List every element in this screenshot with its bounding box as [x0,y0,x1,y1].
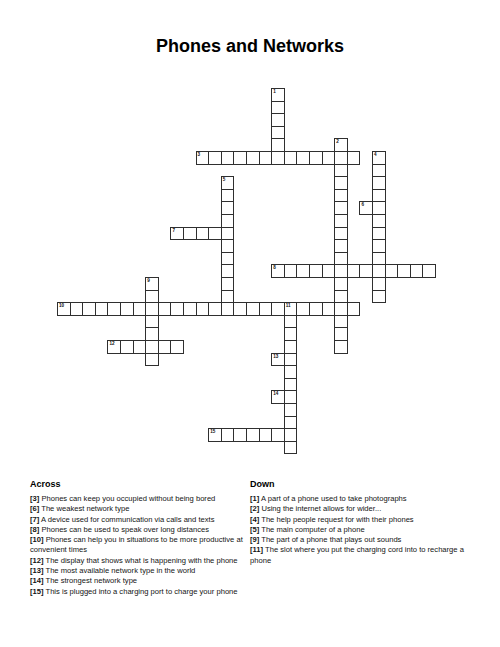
grid-cell[interactable]: 3 [196,151,210,165]
clue-number: 15 [210,429,215,434]
grid-cell[interactable]: 2 [334,138,348,152]
grid-cell[interactable] [372,214,386,228]
grid-cell[interactable]: 7 [170,227,184,241]
grid-cell[interactable]: 15 [208,428,222,442]
clue-item: [12] The display that shows what is happ… [30,556,248,566]
grid-cell[interactable] [385,264,399,278]
grid-cell[interactable] [372,227,386,241]
grid-cell[interactable] [309,264,323,278]
grid-cell[interactable] [133,302,147,316]
grid-cell[interactable] [233,151,247,165]
grid-cell[interactable] [372,201,386,215]
grid-cell[interactable] [284,353,298,367]
grid-cell[interactable] [120,340,134,354]
grid-cell[interactable] [246,428,260,442]
grid-cell[interactable] [334,227,348,241]
grid-cell[interactable] [221,239,235,253]
crossword-page: Phones and Networks 36781011121314151245… [0,0,500,647]
grid-cell[interactable] [334,327,348,341]
grid-cell[interactable] [145,315,159,329]
grid-cell[interactable]: 11 [284,302,298,316]
grid-cell[interactable]: 13 [271,353,285,367]
grid-cell[interactable] [410,264,424,278]
grid-cell[interactable] [145,302,159,316]
grid-cell[interactable] [334,214,348,228]
grid-cell[interactable] [397,264,411,278]
grid-cell[interactable] [82,302,96,316]
grid-cell[interactable] [334,176,348,190]
grid-cell[interactable] [233,302,247,316]
grid-cell[interactable] [284,365,298,379]
grid-cell[interactable] [347,151,361,165]
grid-cell[interactable] [334,277,348,291]
grid-cell[interactable] [271,151,285,165]
grid-cell[interactable]: 8 [271,264,285,278]
grid-cell[interactable] [284,416,298,430]
grid-cell[interactable] [221,277,235,291]
grid-cell[interactable] [334,302,348,316]
grid-cell[interactable] [309,151,323,165]
grid-cell[interactable] [259,302,273,316]
grid-cell[interactable] [322,264,336,278]
grid-cell[interactable]: 6 [359,201,373,215]
clue-number: 5 [223,177,226,182]
grid-cell[interactable] [271,101,285,115]
grid-cell[interactable] [208,151,222,165]
grid-cell[interactable]: 9 [145,277,159,291]
grid-cell[interactable] [372,189,386,203]
grid-cell[interactable] [170,340,184,354]
grid-cell[interactable] [334,151,348,165]
clue-number: 9 [147,278,150,283]
grid-cell[interactable] [334,290,348,304]
grid-cell[interactable] [221,214,235,228]
grid-cell[interactable] [246,302,260,316]
clue-item: [4] The help people request for with the… [250,515,468,525]
grid-cell[interactable] [70,302,84,316]
grid-cell[interactable] [347,302,361,316]
grid-cell[interactable] [284,315,298,329]
grid-cell[interactable] [284,378,298,392]
grid-cell[interactable] [145,327,159,341]
grid-cell[interactable] [372,252,386,266]
clue-number: 6 [361,202,364,207]
grid-cell[interactable]: 4 [372,151,386,165]
grid-cell[interactable] [334,201,348,215]
grid-cell[interactable] [334,164,348,178]
across-clues-section: Across [3] Phones can keep you occupied … [30,479,248,597]
clue-number: 7 [172,228,175,233]
clue-number: 3 [198,152,201,157]
grid-cell[interactable] [334,189,348,203]
grid-cell[interactable] [334,264,348,278]
grid-cell[interactable] [372,239,386,253]
grid-cell[interactable] [322,151,336,165]
down-header: Down [250,479,468,489]
puzzle-title: Phones and Networks [0,36,500,57]
grid-cell[interactable] [196,227,210,241]
grid-cell[interactable] [334,340,348,354]
grid-cell[interactable] [259,151,273,165]
grid-cell[interactable] [284,403,298,417]
across-clue-list: [3] Phones can keep you occupied without… [30,494,248,597]
clue-number: 14 [273,391,278,396]
grid-cell[interactable] [271,126,285,140]
grid-cell[interactable]: 5 [221,176,235,190]
grid-cell[interactable] [133,340,147,354]
grid-cell[interactable] [284,264,298,278]
grid-cell[interactable] [372,290,386,304]
grid-cell[interactable] [334,252,348,266]
grid-cell[interactable] [208,227,222,241]
grid-cell[interactable] [120,302,134,316]
grid-cell[interactable] [322,302,336,316]
clue-item: [14] The strongest network type [30,576,248,586]
grid-cell[interactable] [284,151,298,165]
clue-number: 12 [109,341,114,346]
clue-item: [8] Phones can be used to speak over lon… [30,525,248,535]
clue-item: [6] The weakest network type [30,504,248,514]
clue-item: [15] This is plugged into a charging por… [30,587,248,597]
grid-cell[interactable] [271,113,285,127]
clue-item: [9] The part of a phone that plays out s… [250,535,468,545]
grid-cell[interactable] [422,264,436,278]
clue-item: [2] Using the internet allows for wider.… [250,504,468,514]
grid-cell[interactable] [284,327,298,341]
grid-cell[interactable] [221,252,235,266]
clue-number: 2 [336,139,339,144]
grid-cell[interactable] [271,428,285,442]
grid-cell[interactable] [233,428,247,442]
grid-cell[interactable] [284,428,298,442]
grid-cell[interactable] [296,151,310,165]
grid-cell[interactable] [158,340,172,354]
clue-item: [3] Phones can keep you occupied without… [30,494,248,504]
grid-cell[interactable] [183,302,197,316]
grid-cell[interactable] [221,189,235,203]
clue-item: [11] The slot where you put the charging… [250,545,468,566]
grid-cell[interactable] [145,353,159,367]
grid-cell[interactable] [221,302,235,316]
grid-cell[interactable] [271,302,285,316]
down-clues-section: Down [1] A part of a phone used to take … [250,479,468,566]
clue-item: [5] The main computer of a phone [250,525,468,535]
grid-cell[interactable] [334,239,348,253]
down-clue-list: [1] A part of a phone used to take photo… [250,494,468,566]
grid-cell[interactable] [221,264,235,278]
grid-cell[interactable] [284,390,298,404]
grid-cell[interactable] [107,302,121,316]
clue-number: 13 [273,354,278,359]
grid-cell[interactable] [170,302,184,316]
clue-item: [7] A device used for communication via … [30,515,248,525]
grid-cell[interactable] [196,302,210,316]
grid-cell[interactable]: 1 [271,88,285,102]
grid-cell[interactable] [221,290,235,304]
grid-cell[interactable] [372,176,386,190]
grid-cell[interactable] [284,441,298,455]
across-header: Across [30,479,248,489]
grid-cell[interactable] [95,302,109,316]
grid-cell[interactable] [296,264,310,278]
clue-item: [1] A part of a phone used to take photo… [250,494,468,504]
clue-item: [13] The most available network type in … [30,566,248,576]
grid-cell[interactable]: 10 [57,302,71,316]
grid-cell[interactable] [284,340,298,354]
grid-cell[interactable] [221,201,235,215]
grid-cell[interactable] [347,264,361,278]
grid-cell[interactable] [246,151,260,165]
grid-cell[interactable] [145,340,159,354]
grid-cell[interactable] [145,290,159,304]
grid-cell[interactable] [372,277,386,291]
grid-cell[interactable] [334,315,348,329]
clue-number: 4 [374,152,377,157]
grid-cell[interactable]: 14 [271,390,285,404]
clue-number: 1 [273,89,276,94]
grid-cell[interactable] [221,428,235,442]
crossword-grid: 367810111213141512459 [57,88,436,455]
grid-cell[interactable] [271,138,285,152]
grid-cell[interactable] [259,428,273,442]
grid-cell[interactable] [372,264,386,278]
grid-cell[interactable] [359,264,373,278]
grid-cell[interactable] [208,302,222,316]
clue-item: [10] Phones can help you in situations t… [30,535,248,556]
clue-number: 8 [273,265,276,270]
grid-cell[interactable] [158,302,172,316]
grid-cell[interactable] [183,227,197,241]
grid-cell[interactable]: 12 [107,340,121,354]
grid-cell[interactable] [221,227,235,241]
grid-cell[interactable] [372,164,386,178]
clue-number: 11 [286,303,291,308]
grid-cell[interactable] [296,302,310,316]
clue-number: 10 [59,303,64,308]
grid-cell[interactable] [221,151,235,165]
grid-cell[interactable] [309,302,323,316]
